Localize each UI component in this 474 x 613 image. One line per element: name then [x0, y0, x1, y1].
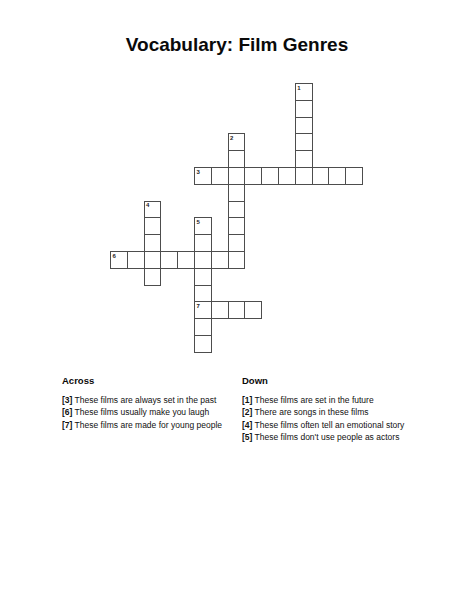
grid-cell-r10c3[interactable] [160, 251, 178, 269]
clue-7: [7] These films are made for young peopl… [62, 419, 232, 431]
grid-cell-r10c2[interactable] [144, 251, 162, 269]
grid-cell-r5c11[interactable] [295, 167, 313, 185]
grid-cell-r7c2[interactable]: 4 [144, 201, 162, 219]
grid-cell-r4c7[interactable] [228, 150, 246, 168]
grid-cell-r8c5[interactable]: 5 [194, 217, 212, 235]
grid-cell-r8c7[interactable] [228, 217, 246, 235]
cell-number-1: 1 [297, 85, 300, 91]
clue-3: [3] These films are always set in the pa… [62, 394, 232, 406]
grid-cell-r5c14[interactable] [345, 167, 363, 185]
grid-cell-r10c4[interactable] [177, 251, 195, 269]
grid-cell-r10c1[interactable] [127, 251, 145, 269]
grid-cell-r5c9[interactable] [261, 167, 279, 185]
grid-cell-r11c5[interactable] [194, 268, 212, 286]
grid-cell-r5c13[interactable] [328, 167, 346, 185]
down-clue-list: [1] These films are set in the future[2]… [242, 394, 422, 444]
across-clue-list: [3] These films are always set in the pa… [62, 394, 232, 431]
clue-number: [6] [62, 407, 72, 417]
grid-cell-r5c6[interactable] [211, 167, 229, 185]
clue-5: [5] These films don't use people as acto… [242, 431, 422, 443]
grid-cell-r7c7[interactable] [228, 201, 246, 219]
grid-cell-r2c11[interactable] [295, 117, 313, 135]
grid-cell-r10c5[interactable] [194, 251, 212, 269]
grid-cell-r14c5[interactable] [194, 318, 212, 336]
grid-cell-r3c7[interactable]: 2 [228, 133, 246, 151]
grid-cell-r13c5[interactable]: 7 [194, 301, 212, 319]
grid-cell-r5c12[interactable] [312, 167, 330, 185]
cell-number-3: 3 [197, 169, 200, 175]
across-header: Across [62, 375, 232, 386]
grid-cell-r4c11[interactable] [295, 150, 313, 168]
grid-cell-r9c5[interactable] [194, 234, 212, 252]
crossword-grid: 1234567 [110, 83, 366, 356]
grid-cell-r11c2[interactable] [144, 268, 162, 286]
grid-cell-r15c5[interactable] [194, 335, 212, 353]
cell-number-6: 6 [113, 253, 116, 259]
grid-cell-r1c11[interactable] [295, 100, 313, 118]
down-header: Down [242, 375, 422, 386]
clue-6: [6] These films usually make you laugh [62, 406, 232, 418]
grid-cell-r10c7[interactable] [228, 251, 246, 269]
cell-number-4: 4 [146, 202, 149, 208]
grid-cell-r3c11[interactable] [295, 133, 313, 151]
clue-number: [5] [242, 432, 252, 442]
grid-cell-r5c7[interactable] [228, 167, 246, 185]
clue-number: [2] [242, 407, 252, 417]
clue-number: [1] [242, 395, 252, 405]
clue-number: [7] [62, 420, 72, 430]
cell-number-7: 7 [197, 303, 200, 309]
page-title: Vocabulary: Film Genres [0, 34, 474, 56]
grid-cell-r9c7[interactable] [228, 234, 246, 252]
grid-cell-r5c5[interactable]: 3 [194, 167, 212, 185]
down-clues-section: Down [1] These films are set in the futu… [242, 375, 422, 444]
grid-cell-r12c5[interactable] [194, 285, 212, 303]
cell-number-2: 2 [230, 135, 233, 141]
grid-cell-r0c11[interactable]: 1 [295, 83, 313, 101]
clue-4: [4] These films often tell an emotional … [242, 419, 422, 431]
clue-number: [3] [62, 395, 72, 405]
grid-cell-r9c2[interactable] [144, 234, 162, 252]
across-clues-section: Across [3] These films are always set in… [62, 375, 232, 431]
grid-cell-r13c7[interactable] [228, 301, 246, 319]
grid-cell-r13c8[interactable] [244, 301, 262, 319]
clue-1: [1] These films are set in the future [242, 394, 422, 406]
cell-number-5: 5 [197, 219, 200, 225]
clue-2: [2] There are songs in these films [242, 406, 422, 418]
grid-cell-r8c2[interactable] [144, 217, 162, 235]
grid-cell-r13c6[interactable] [211, 301, 229, 319]
grid-cell-r10c6[interactable] [211, 251, 229, 269]
grid-cell-r5c8[interactable] [244, 167, 262, 185]
grid-cell-r10c0[interactable]: 6 [110, 251, 128, 269]
grid-cell-r5c10[interactable] [278, 167, 296, 185]
clue-number: [4] [242, 420, 252, 430]
grid-cell-r6c7[interactable] [228, 184, 246, 202]
